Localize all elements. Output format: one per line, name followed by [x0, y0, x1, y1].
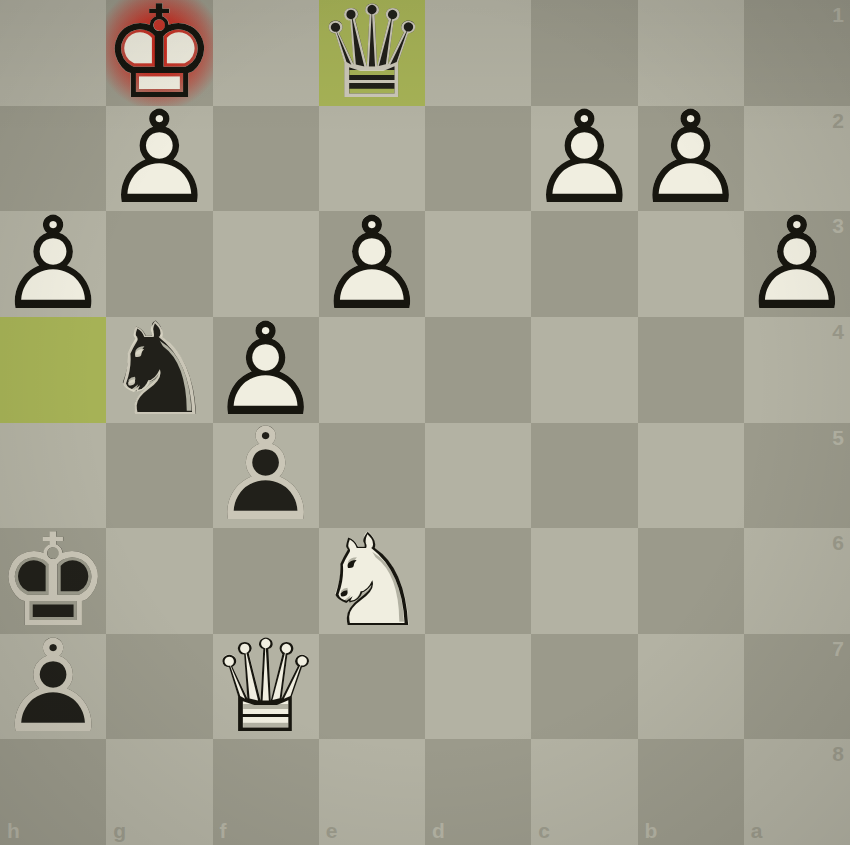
file-label-a: a — [751, 819, 763, 843]
square-a7[interactable]: 7 — [744, 634, 850, 740]
rank-label-6: 6 — [832, 531, 844, 555]
black-knight-piece[interactable]: ♞♘ — [106, 317, 212, 423]
square-h7[interactable]: ♟♙ — [0, 634, 106, 740]
black-pawn-outline-glyph-icon: ♙ — [0, 623, 111, 751]
rank-label-5: 5 — [832, 426, 844, 450]
square-c6[interactable] — [531, 528, 637, 634]
white-pawn-outline-glyph-icon: ♙ — [527, 94, 642, 222]
square-g2[interactable]: ♟♙ — [106, 106, 212, 212]
square-d7[interactable] — [425, 634, 531, 740]
black-pawn-piece[interactable]: ♟♙ — [213, 423, 319, 529]
chess-board: ♚♔♛♕1♟♙♟♙♟♙2♟♙♟♙3♟♙♞♘♟♙4♟♙5♚♔♞♘6♟♙♛♕7hgf… — [0, 0, 850, 845]
square-a1[interactable]: 1 — [744, 0, 850, 106]
white-pawn-outline-glyph-icon: ♙ — [315, 200, 430, 328]
white-pawn-piece[interactable]: ♟♙ — [106, 106, 212, 212]
square-h3[interactable]: ♟♙ — [0, 211, 106, 317]
rank-label-7: 7 — [832, 637, 844, 661]
square-e3[interactable]: ♟♙ — [319, 211, 425, 317]
square-a8[interactable]: 8a — [744, 739, 850, 845]
file-label-h: h — [7, 819, 20, 843]
file-label-c: c — [538, 819, 550, 843]
white-pawn-piece[interactable]: ♟♙ — [0, 211, 106, 317]
white-pawn-piece[interactable]: ♟♙ — [531, 106, 637, 212]
black-knight-outline-glyph-icon: ♘ — [102, 306, 217, 434]
white-knight-piece[interactable]: ♞♘ — [319, 528, 425, 634]
white-pawn-piece[interactable]: ♟♙ — [744, 211, 850, 317]
white-knight-outline-glyph-icon: ♘ — [315, 517, 430, 645]
square-h1[interactable] — [0, 0, 106, 106]
file-label-d: d — [432, 819, 445, 843]
black-pawn-outline-glyph-icon: ♙ — [208, 411, 323, 539]
square-c8[interactable]: c — [531, 739, 637, 845]
square-e8[interactable]: e — [319, 739, 425, 845]
white-queen-outline-glyph-icon: ♕ — [208, 623, 323, 751]
rank-label-2: 2 — [832, 109, 844, 133]
square-d2[interactable] — [425, 106, 531, 212]
square-c7[interactable] — [531, 634, 637, 740]
white-pawn-outline-glyph-icon: ♙ — [740, 200, 850, 328]
square-d3[interactable] — [425, 211, 531, 317]
white-pawn-outline-glyph-icon: ♙ — [633, 94, 748, 222]
square-d6[interactable] — [425, 528, 531, 634]
square-a3[interactable]: 3♟♙ — [744, 211, 850, 317]
white-pawn-outline-glyph-icon: ♙ — [102, 94, 217, 222]
square-e6[interactable]: ♞♘ — [319, 528, 425, 634]
square-d5[interactable] — [425, 423, 531, 529]
square-d8[interactable]: d — [425, 739, 531, 845]
square-b7[interactable] — [638, 634, 744, 740]
square-b8[interactable]: b — [638, 739, 744, 845]
black-queen-piece[interactable]: ♛♕ — [319, 0, 425, 106]
white-queen-piece[interactable]: ♛♕ — [213, 634, 319, 740]
square-e1-lastmove-highlight[interactable]: ♛♕ — [319, 0, 425, 106]
square-b4[interactable] — [638, 317, 744, 423]
square-d4[interactable] — [425, 317, 531, 423]
square-f5[interactable]: ♟♙ — [213, 423, 319, 529]
file-label-e: e — [326, 819, 338, 843]
square-b2[interactable]: ♟♙ — [638, 106, 744, 212]
square-f7[interactable]: ♛♕ — [213, 634, 319, 740]
rank-label-1: 1 — [832, 3, 844, 27]
square-b5[interactable] — [638, 423, 744, 529]
file-label-f: f — [220, 819, 227, 843]
white-pawn-outline-glyph-icon: ♙ — [0, 200, 111, 328]
square-c4[interactable] — [531, 317, 637, 423]
square-a5[interactable]: 5 — [744, 423, 850, 529]
square-g8[interactable]: g — [106, 739, 212, 845]
square-g7[interactable] — [106, 634, 212, 740]
black-queen-outline-glyph-icon: ♕ — [315, 0, 430, 117]
white-pawn-piece[interactable]: ♟♙ — [319, 211, 425, 317]
square-c2[interactable]: ♟♙ — [531, 106, 637, 212]
square-g4[interactable]: ♞♘ — [106, 317, 212, 423]
white-pawn-piece[interactable]: ♟♙ — [638, 106, 744, 212]
square-a6[interactable]: 6 — [744, 528, 850, 634]
file-label-b: b — [645, 819, 658, 843]
rank-label-8: 8 — [832, 742, 844, 766]
square-g6[interactable] — [106, 528, 212, 634]
square-d1[interactable] — [425, 0, 531, 106]
file-label-g: g — [113, 819, 126, 843]
square-f2[interactable] — [213, 106, 319, 212]
square-f1[interactable] — [213, 0, 319, 106]
square-b6[interactable] — [638, 528, 744, 634]
black-pawn-piece[interactable]: ♟♙ — [0, 634, 106, 740]
square-c5[interactable] — [531, 423, 637, 529]
